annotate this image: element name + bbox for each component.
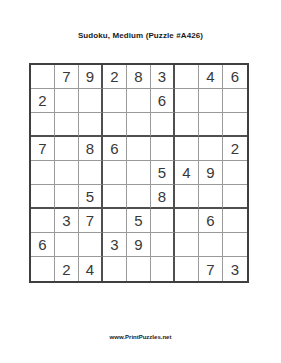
cell-r9c7[interactable] bbox=[175, 257, 199, 281]
cell-r4c8[interactable] bbox=[199, 137, 223, 161]
cell-r5c5[interactable] bbox=[127, 161, 151, 185]
cell-r4c7[interactable] bbox=[175, 137, 199, 161]
cell-r3c5[interactable] bbox=[127, 113, 151, 137]
cell-r7c3: 7 bbox=[79, 209, 103, 233]
cell-r1c5: 8 bbox=[127, 65, 151, 89]
cell-r5c9[interactable] bbox=[223, 161, 247, 185]
printable-sudoku-page: Sudoku, Medium (Puzzle #A426) 7928346267… bbox=[0, 0, 281, 363]
cell-r6c1[interactable] bbox=[31, 185, 55, 209]
cell-r8c6[interactable] bbox=[151, 233, 175, 257]
cell-r2c8[interactable] bbox=[199, 89, 223, 113]
cell-r8c9[interactable] bbox=[223, 233, 247, 257]
cell-r8c1: 6 bbox=[31, 233, 55, 257]
cell-r1c2: 7 bbox=[55, 65, 79, 89]
cell-r2c7[interactable] bbox=[175, 89, 199, 113]
cell-r5c8: 9 bbox=[199, 161, 223, 185]
cell-r7c7[interactable] bbox=[175, 209, 199, 233]
cell-r7c4[interactable] bbox=[103, 209, 127, 233]
cell-r6c8[interactable] bbox=[199, 185, 223, 209]
cell-r8c3[interactable] bbox=[79, 233, 103, 257]
cell-r6c4[interactable] bbox=[103, 185, 127, 209]
cell-r7c2: 3 bbox=[55, 209, 79, 233]
cell-r9c1[interactable] bbox=[31, 257, 55, 281]
cell-r7c5: 5 bbox=[127, 209, 151, 233]
cell-r5c4[interactable] bbox=[103, 161, 127, 185]
cell-r9c9: 3 bbox=[223, 257, 247, 281]
cell-r1c9: 6 bbox=[223, 65, 247, 89]
cell-r4c2[interactable] bbox=[55, 137, 79, 161]
cell-r2c4[interactable] bbox=[103, 89, 127, 113]
cell-r7c9[interactable] bbox=[223, 209, 247, 233]
cell-r9c6[interactable] bbox=[151, 257, 175, 281]
cell-r5c7: 4 bbox=[175, 161, 199, 185]
cell-r1c1[interactable] bbox=[31, 65, 55, 89]
cell-r9c8: 7 bbox=[199, 257, 223, 281]
sudoku-board: 79283462678625495837566392473 bbox=[29, 63, 249, 283]
cell-r2c3[interactable] bbox=[79, 89, 103, 113]
cell-r6c7[interactable] bbox=[175, 185, 199, 209]
cell-r9c3: 4 bbox=[79, 257, 103, 281]
cell-r1c3: 9 bbox=[79, 65, 103, 89]
cell-r7c8: 6 bbox=[199, 209, 223, 233]
cell-r9c5[interactable] bbox=[127, 257, 151, 281]
cell-r5c1[interactable] bbox=[31, 161, 55, 185]
cell-r6c9[interactable] bbox=[223, 185, 247, 209]
cell-r3c7[interactable] bbox=[175, 113, 199, 137]
cell-r6c5[interactable] bbox=[127, 185, 151, 209]
cell-r8c8[interactable] bbox=[199, 233, 223, 257]
cell-r1c4: 2 bbox=[103, 65, 127, 89]
cell-r5c2[interactable] bbox=[55, 161, 79, 185]
cell-r4c1: 7 bbox=[31, 137, 55, 161]
cell-r9c2: 2 bbox=[55, 257, 79, 281]
cell-r3c4[interactable] bbox=[103, 113, 127, 137]
cell-r8c7[interactable] bbox=[175, 233, 199, 257]
footer-url[interactable]: www.PrintPuzzles.net bbox=[0, 334, 281, 340]
cell-r4c6[interactable] bbox=[151, 137, 175, 161]
puzzle-title: Sudoku, Medium (Puzzle #A426) bbox=[0, 31, 281, 40]
cell-r8c5: 9 bbox=[127, 233, 151, 257]
cell-r6c3: 5 bbox=[79, 185, 103, 209]
cell-r6c6: 8 bbox=[151, 185, 175, 209]
cell-r6c2[interactable] bbox=[55, 185, 79, 209]
cell-r2c1: 2 bbox=[31, 89, 55, 113]
cell-r7c6[interactable] bbox=[151, 209, 175, 233]
cell-r5c3[interactable] bbox=[79, 161, 103, 185]
cell-r8c4: 3 bbox=[103, 233, 127, 257]
cell-r4c9: 2 bbox=[223, 137, 247, 161]
cell-r1c7[interactable] bbox=[175, 65, 199, 89]
cell-r8c2[interactable] bbox=[55, 233, 79, 257]
cell-r3c8[interactable] bbox=[199, 113, 223, 137]
cell-r3c2[interactable] bbox=[55, 113, 79, 137]
cell-r3c9[interactable] bbox=[223, 113, 247, 137]
cell-r5c6: 5 bbox=[151, 161, 175, 185]
cell-r3c1[interactable] bbox=[31, 113, 55, 137]
cell-r4c3: 8 bbox=[79, 137, 103, 161]
cell-r3c6[interactable] bbox=[151, 113, 175, 137]
cell-r7c1[interactable] bbox=[31, 209, 55, 233]
cell-r3c3[interactable] bbox=[79, 113, 103, 137]
cell-r1c8: 4 bbox=[199, 65, 223, 89]
cell-r2c9[interactable] bbox=[223, 89, 247, 113]
cell-r2c6: 6 bbox=[151, 89, 175, 113]
cell-r4c5[interactable] bbox=[127, 137, 151, 161]
cell-r1c6: 3 bbox=[151, 65, 175, 89]
cell-r2c5[interactable] bbox=[127, 89, 151, 113]
cell-r2c2[interactable] bbox=[55, 89, 79, 113]
cell-r9c4[interactable] bbox=[103, 257, 127, 281]
cell-r4c4: 6 bbox=[103, 137, 127, 161]
